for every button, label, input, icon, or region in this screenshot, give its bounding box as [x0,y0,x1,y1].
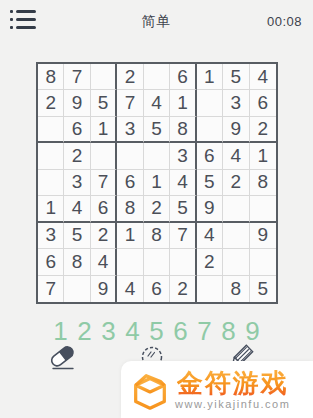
cell-r8c9[interactable] [250,249,276,275]
cell-r8c1[interactable]: 6 [38,249,64,275]
cell-r8c5[interactable] [144,249,170,275]
cell-r4c8[interactable]: 4 [223,143,249,169]
watermark-url: www.yikajinfu.com [175,398,290,410]
cell-r8c7[interactable]: 2 [197,249,223,275]
cell-r9c1[interactable]: 7 [38,276,64,302]
cell-r2c6[interactable]: 1 [170,90,196,116]
cell-r4c6[interactable]: 3 [170,143,196,169]
sudoku-board: 8726154295741366135892236413761452814682… [36,62,278,304]
cell-r6c1[interactable]: 1 [38,196,64,222]
cell-r2c8[interactable]: 3 [223,90,249,116]
cell-r9c3[interactable]: 9 [91,276,117,302]
cell-r1c5[interactable] [144,64,170,90]
cell-r1c9[interactable]: 4 [250,64,276,90]
cell-r3c9[interactable]: 2 [250,117,276,143]
cell-r4c5[interactable] [144,143,170,169]
cell-r1c6[interactable]: 6 [170,64,196,90]
cell-r7c8[interactable] [223,223,249,249]
cell-r4c1[interactable] [38,143,64,169]
cell-r5c3[interactable]: 7 [91,170,117,196]
cell-r4c7[interactable]: 6 [197,143,223,169]
cell-r2c1[interactable]: 2 [38,90,64,116]
cell-r5c7[interactable]: 5 [197,170,223,196]
cell-r4c4[interactable] [117,143,143,169]
cube-icon [129,369,171,413]
header: 简单 00:08 [0,0,313,42]
game-timer: 00:08 [267,14,302,29]
cell-r4c2[interactable]: 2 [64,143,90,169]
cell-r7c1[interactable]: 3 [38,223,64,249]
cell-r3c4[interactable]: 3 [117,117,143,143]
cell-r4c9[interactable]: 1 [250,143,276,169]
cell-r6c3[interactable]: 6 [91,196,117,222]
cell-r4c3[interactable] [91,143,117,169]
cell-r6c9[interactable] [250,196,276,222]
cell-r2c3[interactable]: 5 [91,90,117,116]
eraser-icon [46,342,78,372]
cell-r2c5[interactable]: 4 [144,90,170,116]
cell-r5c6[interactable]: 4 [170,170,196,196]
cell-r7c9[interactable]: 9 [250,223,276,249]
cell-r9c8[interactable]: 8 [223,276,249,302]
cell-r3c8[interactable]: 9 [223,117,249,143]
cell-r6c2[interactable]: 4 [64,196,90,222]
cell-r8c4[interactable] [117,249,143,275]
cell-r6c6[interactable]: 5 [170,196,196,222]
cell-r9c6[interactable]: 2 [170,276,196,302]
cell-r9c9[interactable]: 5 [250,276,276,302]
cell-r9c5[interactable]: 6 [144,276,170,302]
cell-r3c3[interactable]: 1 [91,117,117,143]
eraser-button[interactable] [46,342,78,372]
watermark-card: 金符游戏 www.yikajinfu.com [121,361,313,418]
cell-r6c8[interactable] [223,196,249,222]
cell-r1c7[interactable]: 1 [197,64,223,90]
cell-r7c5[interactable]: 8 [144,223,170,249]
cell-r2c2[interactable]: 9 [64,90,90,116]
cell-r9c4[interactable]: 4 [117,276,143,302]
cell-r7c6[interactable]: 7 [170,223,196,249]
cell-r9c2[interactable] [64,276,90,302]
cell-r3c1[interactable] [38,117,64,143]
cell-r3c5[interactable]: 5 [144,117,170,143]
cell-r5c1[interactable] [38,170,64,196]
cell-r7c7[interactable]: 4 [197,223,223,249]
cell-r5c9[interactable]: 8 [250,170,276,196]
watermark-brand: 金符游戏 [177,369,289,397]
cell-r2c7[interactable] [197,90,223,116]
cell-r2c4[interactable]: 7 [117,90,143,116]
cell-r7c3[interactable]: 2 [91,223,117,249]
cell-r8c3[interactable]: 4 [91,249,117,275]
cell-r1c4[interactable]: 2 [117,64,143,90]
cell-r6c7[interactable]: 9 [197,196,223,222]
cell-r8c2[interactable]: 8 [64,249,90,275]
cell-r1c8[interactable]: 5 [223,64,249,90]
cell-r3c2[interactable]: 6 [64,117,90,143]
cell-r3c6[interactable]: 8 [170,117,196,143]
cell-r2c9[interactable]: 6 [250,90,276,116]
cell-r6c5[interactable]: 2 [144,196,170,222]
cell-r3c7[interactable] [197,117,223,143]
cell-r7c2[interactable]: 5 [64,223,90,249]
cell-r8c8[interactable] [223,249,249,275]
cell-r1c3[interactable] [91,64,117,90]
cell-r5c2[interactable]: 3 [64,170,90,196]
cell-r9c7[interactable] [197,276,223,302]
cell-r6c4[interactable]: 8 [117,196,143,222]
cell-r7c4[interactable]: 1 [117,223,143,249]
cell-r1c2[interactable]: 7 [64,64,90,90]
cell-r1c1[interactable]: 8 [38,64,64,90]
cell-r5c5[interactable]: 1 [144,170,170,196]
cell-r8c6[interactable] [170,249,196,275]
cell-r5c8[interactable]: 2 [223,170,249,196]
cell-r5c4[interactable]: 6 [117,170,143,196]
